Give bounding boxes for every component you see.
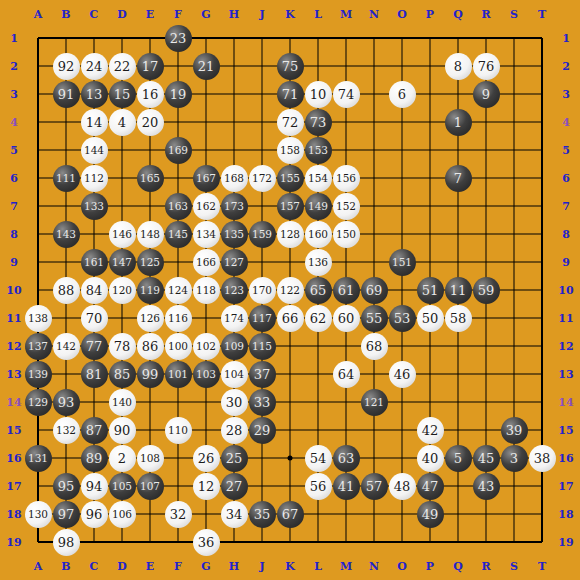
stone-N17[interactable]: 57 (361, 473, 388, 500)
move-number: 78 (114, 340, 131, 353)
move-number: 145 (168, 229, 188, 240)
stone-H16[interactable]: 25 (221, 445, 248, 472)
move-number: 62 (310, 312, 327, 325)
stone-L9[interactable]: 136 (305, 249, 332, 276)
stone-K3[interactable]: 71 (277, 81, 304, 108)
stone-A11[interactable]: 138 (25, 305, 52, 332)
stone-K6[interactable]: 155 (277, 165, 304, 192)
row-label-left-3: 3 (10, 88, 18, 101)
row-label-right-3: 3 (562, 88, 570, 101)
move-number: 11 (450, 284, 467, 297)
stone-Q11[interactable]: 58 (445, 305, 472, 332)
row-label-right-12: 12 (558, 340, 573, 353)
col-label-bottom-M: M (340, 560, 352, 573)
stone-F3[interactable]: 19 (165, 81, 192, 108)
stone-J18[interactable]: 35 (249, 501, 276, 528)
col-label-top-F: F (174, 8, 182, 21)
move-number: 69 (366, 284, 383, 297)
move-number: 38 (534, 452, 551, 465)
go-board-screen: AABBCCDDEEFFGGHHJJKKLLMMNNOOPPQQRRSSTT11… (0, 0, 580, 580)
row-label-left-4: 4 (10, 116, 18, 129)
stone-G19[interactable]: 36 (193, 529, 220, 556)
stone-A14[interactable]: 129 (25, 389, 52, 416)
row-label-right-14: 14 (558, 396, 573, 409)
row-label-left-8: 8 (10, 228, 18, 241)
move-number: 151 (392, 257, 412, 268)
stone-D12[interactable]: 78 (109, 333, 136, 360)
move-number: 27 (226, 480, 243, 493)
col-label-bottom-F: F (174, 560, 182, 573)
stone-K11[interactable]: 66 (277, 305, 304, 332)
stone-H17[interactable]: 27 (221, 473, 248, 500)
move-number: 126 (140, 313, 160, 324)
col-label-bottom-P: P (426, 560, 434, 573)
move-number: 108 (140, 453, 160, 464)
stone-C17[interactable]: 94 (81, 473, 108, 500)
stone-R2[interactable]: 76 (473, 53, 500, 80)
move-number: 104 (224, 369, 244, 380)
stone-M16[interactable]: 63 (333, 445, 360, 472)
stone-L17[interactable]: 56 (305, 473, 332, 500)
stone-H9[interactable]: 127 (221, 249, 248, 276)
move-number: 94 (86, 480, 103, 493)
stone-B12[interactable]: 142 (53, 333, 80, 360)
stone-M6[interactable]: 156 (333, 165, 360, 192)
stone-L10[interactable]: 65 (305, 277, 332, 304)
row-label-right-13: 13 (558, 368, 573, 381)
stone-E16[interactable]: 108 (137, 445, 164, 472)
stone-E3[interactable]: 16 (137, 81, 164, 108)
stone-G9[interactable]: 166 (193, 249, 220, 276)
stone-F15[interactable]: 110 (165, 417, 192, 444)
row-label-right-8: 8 (562, 228, 570, 241)
move-number: 116 (168, 313, 188, 324)
stone-E6[interactable]: 165 (137, 165, 164, 192)
stone-H10[interactable]: 123 (221, 277, 248, 304)
stone-D8[interactable]: 146 (109, 221, 136, 248)
row-label-left-19: 19 (6, 536, 21, 549)
stone-K5[interactable]: 158 (277, 137, 304, 164)
row-label-left-18: 18 (6, 508, 21, 521)
move-number: 123 (224, 285, 244, 296)
col-label-bottom-S: S (510, 560, 518, 573)
stone-O3[interactable]: 6 (389, 81, 416, 108)
stone-B3[interactable]: 91 (53, 81, 80, 108)
move-number: 92 (58, 60, 75, 73)
move-number: 120 (112, 285, 132, 296)
col-label-top-R: R (481, 8, 490, 21)
stone-B6[interactable]: 111 (53, 165, 80, 192)
stone-N14[interactable]: 121 (361, 389, 388, 416)
stone-T16[interactable]: 38 (529, 445, 556, 472)
stone-K7[interactable]: 157 (277, 193, 304, 220)
stone-C3[interactable]: 13 (81, 81, 108, 108)
move-number: 169 (168, 145, 188, 156)
stone-F12[interactable]: 100 (165, 333, 192, 360)
stone-B14[interactable]: 93 (53, 389, 80, 416)
stone-H14[interactable]: 30 (221, 389, 248, 416)
move-number: 131 (28, 453, 48, 464)
move-number: 90 (114, 424, 131, 437)
stone-J8[interactable]: 159 (249, 221, 276, 248)
move-number: 172 (252, 173, 272, 184)
stone-G7[interactable]: 162 (193, 193, 220, 220)
move-number: 1 (454, 116, 462, 129)
move-number: 61 (338, 284, 355, 297)
stone-K10[interactable]: 122 (277, 277, 304, 304)
move-number: 3 (510, 452, 518, 465)
stone-F10[interactable]: 124 (165, 277, 192, 304)
stone-D18[interactable]: 106 (109, 501, 136, 528)
stone-P18[interactable]: 49 (417, 501, 444, 528)
stone-B8[interactable]: 143 (53, 221, 80, 248)
stone-C7[interactable]: 133 (81, 193, 108, 220)
row-label-right-5: 5 (562, 144, 570, 157)
stone-M3[interactable]: 74 (333, 81, 360, 108)
stone-G13[interactable]: 103 (193, 361, 220, 388)
stone-H6[interactable]: 168 (221, 165, 248, 192)
row-label-right-19: 19 (558, 536, 573, 549)
move-number: 26 (198, 452, 215, 465)
stone-Q16[interactable]: 5 (445, 445, 472, 472)
row-label-right-11: 11 (558, 312, 573, 325)
move-number: 107 (140, 481, 160, 492)
move-number: 112 (84, 173, 104, 184)
stone-C6[interactable]: 112 (81, 165, 108, 192)
stone-C10[interactable]: 84 (81, 277, 108, 304)
stone-A12[interactable]: 137 (25, 333, 52, 360)
stone-G6[interactable]: 167 (193, 165, 220, 192)
stone-S15[interactable]: 39 (501, 417, 528, 444)
stone-C2[interactable]: 24 (81, 53, 108, 80)
stone-A18[interactable]: 130 (25, 501, 52, 528)
stone-J10[interactable]: 170 (249, 277, 276, 304)
stone-E11[interactable]: 126 (137, 305, 164, 332)
stone-O9[interactable]: 151 (389, 249, 416, 276)
stone-H8[interactable]: 135 (221, 221, 248, 248)
move-number: 137 (28, 341, 48, 352)
row-label-right-2: 2 (562, 60, 570, 73)
stone-H18[interactable]: 34 (221, 501, 248, 528)
stone-C5[interactable]: 144 (81, 137, 108, 164)
stone-C13[interactable]: 81 (81, 361, 108, 388)
stone-H11[interactable]: 174 (221, 305, 248, 332)
stone-J13[interactable]: 37 (249, 361, 276, 388)
stone-L7[interactable]: 149 (305, 193, 332, 220)
move-number: 10 (310, 88, 327, 101)
stone-S16[interactable]: 3 (501, 445, 528, 472)
row-label-left-15: 15 (6, 424, 21, 437)
stone-K2[interactable]: 75 (277, 53, 304, 80)
stone-N11[interactable]: 55 (361, 305, 388, 332)
move-number: 115 (252, 341, 272, 352)
stone-G10[interactable]: 118 (193, 277, 220, 304)
move-number: 22 (114, 60, 131, 73)
stone-L3[interactable]: 10 (305, 81, 332, 108)
move-number: 146 (112, 229, 132, 240)
stone-B10[interactable]: 88 (53, 277, 80, 304)
move-number: 170 (252, 285, 272, 296)
stone-E12[interactable]: 86 (137, 333, 164, 360)
move-number: 55 (366, 312, 383, 325)
stone-N10[interactable]: 69 (361, 277, 388, 304)
move-number: 75 (282, 60, 299, 73)
move-number: 160 (308, 229, 328, 240)
move-number: 53 (394, 312, 411, 325)
move-number: 29 (254, 424, 271, 437)
col-label-top-P: P (426, 8, 434, 21)
stone-L4[interactable]: 73 (305, 109, 332, 136)
stone-O11[interactable]: 53 (389, 305, 416, 332)
stone-G12[interactable]: 102 (193, 333, 220, 360)
stone-F18[interactable]: 32 (165, 501, 192, 528)
col-label-bottom-O: O (397, 560, 407, 573)
stone-G17[interactable]: 12 (193, 473, 220, 500)
move-number: 58 (450, 312, 467, 325)
stone-A16[interactable]: 131 (25, 445, 52, 472)
move-number: 14 (86, 116, 103, 129)
row-label-left-6: 6 (10, 172, 18, 185)
stone-C18[interactable]: 96 (81, 501, 108, 528)
move-number: 162 (196, 201, 216, 212)
move-number: 93 (58, 396, 75, 409)
stone-P17[interactable]: 47 (417, 473, 444, 500)
stone-F5[interactable]: 169 (165, 137, 192, 164)
stone-D4[interactable]: 4 (109, 109, 136, 136)
stone-P15[interactable]: 42 (417, 417, 444, 444)
move-number: 99 (142, 368, 159, 381)
stone-E17[interactable]: 107 (137, 473, 164, 500)
stone-D3[interactable]: 15 (109, 81, 136, 108)
stone-P16[interactable]: 40 (417, 445, 444, 472)
stone-B2[interactable]: 92 (53, 53, 80, 80)
stone-D16[interactable]: 2 (109, 445, 136, 472)
move-number: 158 (280, 145, 300, 156)
move-number: 130 (28, 509, 48, 520)
row-label-left-2: 2 (10, 60, 18, 73)
col-label-bottom-N: N (369, 560, 379, 573)
stone-G8[interactable]: 134 (193, 221, 220, 248)
move-number: 42 (422, 424, 439, 437)
stone-E9[interactable]: 125 (137, 249, 164, 276)
stone-N12[interactable]: 68 (361, 333, 388, 360)
move-number: 6 (398, 88, 406, 101)
move-number: 102 (196, 341, 216, 352)
stone-B18[interactable]: 97 (53, 501, 80, 528)
stone-P10[interactable]: 51 (417, 277, 444, 304)
stone-C16[interactable]: 89 (81, 445, 108, 472)
row-label-right-10: 10 (558, 284, 573, 297)
move-number: 155 (280, 173, 300, 184)
stone-Q10[interactable]: 11 (445, 277, 472, 304)
move-number: 91 (58, 88, 75, 101)
col-label-bottom-C: C (90, 560, 99, 573)
move-number: 4 (118, 116, 126, 129)
stone-Q4[interactable]: 1 (445, 109, 472, 136)
stone-F7[interactable]: 163 (165, 193, 192, 220)
col-label-bottom-R: R (481, 560, 490, 573)
move-number: 67 (282, 508, 299, 521)
move-number: 24 (86, 60, 103, 73)
stone-R16[interactable]: 45 (473, 445, 500, 472)
stone-J11[interactable]: 117 (249, 305, 276, 332)
stone-B17[interactable]: 95 (53, 473, 80, 500)
row-label-right-16: 16 (558, 452, 573, 465)
stone-M11[interactable]: 60 (333, 305, 360, 332)
stone-K8[interactable]: 128 (277, 221, 304, 248)
move-number: 89 (86, 452, 103, 465)
move-number: 49 (422, 508, 439, 521)
stone-K4[interactable]: 72 (277, 109, 304, 136)
stone-J14[interactable]: 33 (249, 389, 276, 416)
move-number: 50 (422, 312, 439, 325)
stone-G16[interactable]: 26 (193, 445, 220, 472)
stone-H12[interactable]: 109 (221, 333, 248, 360)
stone-A13[interactable]: 139 (25, 361, 52, 388)
move-number: 17 (142, 60, 159, 73)
move-number: 103 (196, 369, 216, 380)
stone-M13[interactable]: 64 (333, 361, 360, 388)
row-label-left-10: 10 (6, 284, 21, 297)
stone-E8[interactable]: 148 (137, 221, 164, 248)
move-number: 15 (114, 88, 131, 101)
stone-F8[interactable]: 145 (165, 221, 192, 248)
stone-O13[interactable]: 46 (389, 361, 416, 388)
stone-F13[interactable]: 101 (165, 361, 192, 388)
stone-C9[interactable]: 161 (81, 249, 108, 276)
stone-G2[interactable]: 21 (193, 53, 220, 80)
move-number: 138 (28, 313, 48, 324)
stone-H7[interactable]: 173 (221, 193, 248, 220)
row-label-left-14: 14 (6, 396, 21, 409)
stone-L5[interactable]: 153 (305, 137, 332, 164)
move-number: 81 (86, 368, 103, 381)
move-number: 28 (226, 424, 243, 437)
stone-L8[interactable]: 160 (305, 221, 332, 248)
move-number: 45 (478, 452, 495, 465)
move-number: 168 (224, 173, 244, 184)
move-number: 33 (254, 396, 271, 409)
stone-L6[interactable]: 154 (305, 165, 332, 192)
col-label-top-C: C (90, 8, 99, 21)
col-label-top-N: N (369, 8, 379, 21)
move-number: 124 (168, 285, 188, 296)
col-label-bottom-K: K (285, 560, 295, 573)
stone-R17[interactable]: 43 (473, 473, 500, 500)
col-label-bottom-D: D (117, 560, 127, 573)
move-number: 20 (142, 116, 159, 129)
stone-F1[interactable]: 23 (165, 25, 192, 52)
stone-R3[interactable]: 9 (473, 81, 500, 108)
move-number: 121 (364, 397, 384, 408)
move-number: 140 (112, 397, 132, 408)
stone-P11[interactable]: 50 (417, 305, 444, 332)
stone-M17[interactable]: 41 (333, 473, 360, 500)
stone-D2[interactable]: 22 (109, 53, 136, 80)
stone-C15[interactable]: 87 (81, 417, 108, 444)
stone-L11[interactable]: 62 (305, 305, 332, 332)
stone-D13[interactable]: 85 (109, 361, 136, 388)
stone-Q6[interactable]: 7 (445, 165, 472, 192)
move-number: 167 (196, 173, 216, 184)
stone-E2[interactable]: 17 (137, 53, 164, 80)
stone-B19[interactable]: 98 (53, 529, 80, 556)
stone-C4[interactable]: 14 (81, 109, 108, 136)
stone-M7[interactable]: 152 (333, 193, 360, 220)
stone-C11[interactable]: 70 (81, 305, 108, 332)
move-number: 51 (422, 284, 439, 297)
stone-D17[interactable]: 105 (109, 473, 136, 500)
stone-D15[interactable]: 90 (109, 417, 136, 444)
move-number: 119 (140, 285, 160, 296)
stone-M8[interactable]: 150 (333, 221, 360, 248)
stone-C12[interactable]: 77 (81, 333, 108, 360)
col-label-bottom-J: J (259, 560, 264, 573)
stone-R10[interactable]: 59 (473, 277, 500, 304)
stone-B15[interactable]: 132 (53, 417, 80, 444)
stone-D14[interactable]: 140 (109, 389, 136, 416)
stone-L16[interactable]: 54 (305, 445, 332, 472)
move-number: 173 (224, 201, 244, 212)
move-number: 127 (224, 257, 244, 268)
move-number: 106 (112, 509, 132, 520)
row-label-left-17: 17 (6, 480, 21, 493)
col-label-top-Q: Q (453, 8, 463, 21)
move-number: 47 (422, 480, 439, 493)
move-number: 118 (196, 285, 216, 296)
row-label-left-1: 1 (10, 32, 18, 45)
move-number: 56 (310, 480, 327, 493)
move-number: 36 (198, 536, 215, 549)
move-number: 8 (454, 60, 462, 73)
stone-M10[interactable]: 61 (333, 277, 360, 304)
col-label-bottom-L: L (314, 560, 322, 573)
stone-E4[interactable]: 20 (137, 109, 164, 136)
col-label-top-L: L (314, 8, 322, 21)
stone-J12[interactable]: 115 (249, 333, 276, 360)
stone-D9[interactable]: 147 (109, 249, 136, 276)
move-number: 12 (198, 480, 215, 493)
move-number: 54 (310, 452, 327, 465)
col-label-bottom-A: A (34, 560, 43, 573)
move-number: 40 (422, 452, 439, 465)
stone-E10[interactable]: 119 (137, 277, 164, 304)
move-number: 174 (224, 313, 244, 324)
move-number: 71 (282, 88, 299, 101)
stone-D10[interactable]: 120 (109, 277, 136, 304)
stone-O17[interactable]: 48 (389, 473, 416, 500)
col-label-top-S: S (510, 8, 518, 21)
move-number: 41 (338, 480, 355, 493)
stone-E13[interactable]: 99 (137, 361, 164, 388)
stone-K18[interactable]: 67 (277, 501, 304, 528)
stone-H15[interactable]: 28 (221, 417, 248, 444)
move-number: 157 (280, 201, 300, 212)
stone-F11[interactable]: 116 (165, 305, 192, 332)
row-label-left-16: 16 (6, 452, 21, 465)
stone-J6[interactable]: 172 (249, 165, 276, 192)
stone-J15[interactable]: 29 (249, 417, 276, 444)
stone-Q2[interactable]: 8 (445, 53, 472, 80)
move-number: 100 (168, 341, 188, 352)
move-number: 133 (84, 201, 104, 212)
stone-H13[interactable]: 104 (221, 361, 248, 388)
move-number: 39 (506, 424, 523, 437)
row-label-right-15: 15 (558, 424, 573, 437)
move-number: 147 (112, 257, 132, 268)
move-number: 87 (86, 424, 103, 437)
move-number: 66 (282, 312, 299, 325)
